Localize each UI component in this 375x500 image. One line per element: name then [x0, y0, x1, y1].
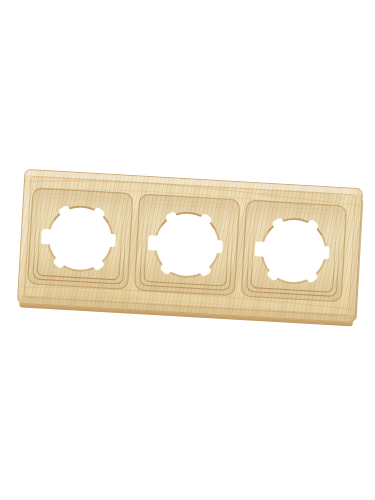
product-photo	[0, 0, 375, 500]
frame-opening-right	[241, 200, 346, 302]
frame-opening-left	[28, 188, 133, 290]
socket-frame	[17, 169, 364, 326]
frame-opening-middle	[134, 194, 239, 296]
socket-frame-image	[0, 0, 375, 500]
